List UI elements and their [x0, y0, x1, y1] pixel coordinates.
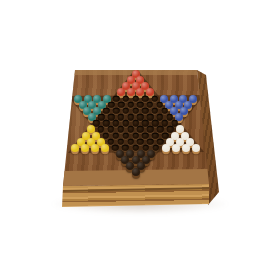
product-photo — [0, 0, 270, 270]
board — [0, 0, 270, 270]
peg-black — [132, 168, 140, 176]
board-row — [0, 0, 270, 270]
